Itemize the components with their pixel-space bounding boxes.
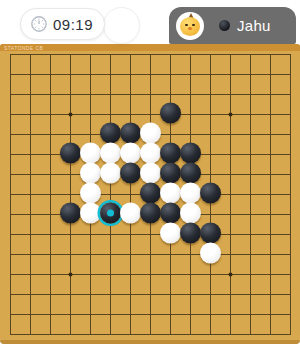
white-stone — [140, 162, 161, 183]
white-stone — [180, 202, 201, 223]
avatar-chick-eye — [185, 24, 188, 27]
black-stone-icon — [219, 20, 230, 31]
white-stone — [80, 162, 101, 183]
avatar-chick-beak — [188, 27, 192, 30]
black-stone — [160, 162, 181, 183]
board-stones — [0, 44, 300, 344]
black-stone — [100, 202, 121, 223]
black-stone — [120, 162, 141, 183]
turn-indicator-white-stone — [103, 7, 140, 44]
black-stone — [140, 182, 161, 203]
clock-icon — [30, 15, 48, 33]
white-stone — [120, 142, 141, 163]
black-stone — [180, 222, 201, 243]
black-stone — [160, 202, 181, 223]
black-stone — [200, 222, 221, 243]
black-stone — [140, 202, 161, 223]
white-stone — [80, 182, 101, 203]
avatar-chick-eye — [192, 24, 195, 27]
white-stone — [160, 182, 181, 203]
opponent-card: Jahu — [169, 7, 296, 44]
avatar — [176, 12, 204, 40]
white-stone — [180, 182, 201, 203]
black-stone — [200, 182, 221, 203]
top-bar: 09:19 Jahu — [0, 0, 300, 44]
white-stone — [80, 142, 101, 163]
white-stone — [80, 202, 101, 223]
black-stone — [60, 142, 81, 163]
black-stone — [120, 122, 141, 143]
gomoku-board[interactable]: STATONDE CB — [0, 44, 300, 344]
player-name: Jahu — [237, 17, 271, 34]
black-stone — [160, 102, 181, 123]
white-stone — [100, 162, 121, 183]
timer-pill: 09:19 — [20, 8, 105, 40]
white-stone — [160, 222, 181, 243]
white-stone — [100, 142, 121, 163]
black-stone — [60, 202, 81, 223]
white-stone — [140, 142, 161, 163]
white-stone — [200, 242, 221, 263]
black-stone — [160, 142, 181, 163]
black-stone — [100, 122, 121, 143]
white-stone — [120, 202, 141, 223]
black-stone — [180, 142, 201, 163]
black-stone — [180, 162, 201, 183]
last-move-marker — [107, 209, 114, 216]
timer-value: 09:19 — [53, 16, 93, 33]
white-stone — [140, 122, 161, 143]
